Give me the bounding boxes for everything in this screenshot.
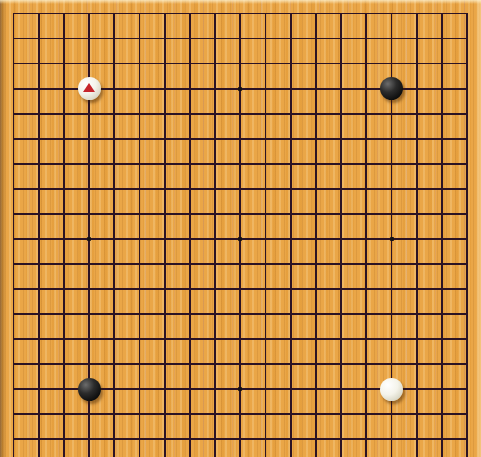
grid-line-horizontal bbox=[13, 363, 468, 365]
grid-line-vertical bbox=[340, 13, 342, 457]
grid-line-vertical bbox=[214, 13, 216, 457]
grid-line-vertical bbox=[38, 13, 40, 457]
black-stone-Q16[interactable] bbox=[380, 77, 403, 100]
grid-line-vertical bbox=[13, 13, 15, 457]
grid-line-vertical bbox=[265, 13, 267, 457]
grid-line-horizontal bbox=[13, 288, 468, 290]
grid-line-horizontal bbox=[13, 263, 468, 265]
grid-line-horizontal bbox=[13, 338, 468, 340]
star-point bbox=[87, 237, 91, 241]
grid-line-vertical bbox=[189, 13, 191, 457]
black-stone-D4[interactable] bbox=[78, 378, 101, 401]
grid-line-vertical bbox=[416, 13, 418, 457]
star-point bbox=[238, 387, 242, 391]
grid-line-horizontal bbox=[13, 313, 468, 315]
star-point bbox=[238, 87, 242, 91]
star-point bbox=[390, 237, 394, 241]
grid-line-horizontal bbox=[13, 413, 468, 415]
grid-line-vertical bbox=[315, 13, 317, 457]
grid-line-vertical bbox=[441, 13, 443, 457]
star-point bbox=[238, 237, 242, 241]
grid-line-vertical bbox=[113, 13, 115, 457]
go-board[interactable] bbox=[0, 0, 481, 457]
grid-line-vertical bbox=[139, 13, 141, 457]
grid-line-vertical bbox=[164, 13, 166, 457]
triangle-marker-icon bbox=[83, 83, 95, 92]
grid-line-vertical bbox=[290, 13, 292, 457]
grid-line-horizontal bbox=[13, 438, 468, 440]
white-stone-D16[interactable] bbox=[78, 77, 101, 100]
grid-line-vertical bbox=[365, 13, 367, 457]
grid-line-vertical bbox=[63, 13, 65, 457]
white-stone-Q4[interactable] bbox=[380, 378, 403, 401]
grid-line-vertical bbox=[466, 13, 468, 457]
